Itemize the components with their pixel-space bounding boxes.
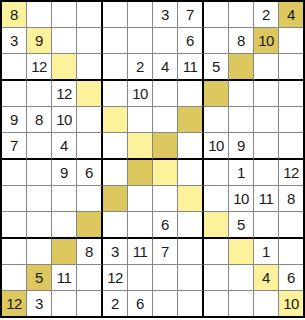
cell-r4c1[interactable] <box>2 81 27 107</box>
cell-r7c12[interactable]: 12 <box>279 160 303 186</box>
cell-r6c2[interactable] <box>27 133 52 160</box>
cell-r7c7[interactable] <box>153 160 178 186</box>
cell-r3c5[interactable] <box>103 54 128 81</box>
cell-r2c5[interactable] <box>103 28 128 54</box>
cell-r12c5[interactable]: 2 <box>103 291 128 316</box>
cell-r6c1[interactable]: 7 <box>2 133 27 160</box>
cell-r1c9[interactable] <box>204 2 229 28</box>
cell-r11c6[interactable] <box>128 265 153 291</box>
cell-r7c5[interactable] <box>103 160 128 186</box>
cell-r12c8[interactable] <box>178 291 204 316</box>
cell-r9c7[interactable]: 6 <box>153 212 178 239</box>
board-row-5: 9810 <box>2 107 303 133</box>
cell-r2c11[interactable]: 10 <box>254 28 279 54</box>
cell-r2c8[interactable]: 6 <box>178 28 204 54</box>
cell-r4c8[interactable] <box>178 81 204 107</box>
cell-r11c9[interactable] <box>204 265 229 291</box>
cell-r11c12[interactable]: 6 <box>279 265 303 291</box>
cell-r6c6[interactable] <box>128 133 153 160</box>
cell-r3c10[interactable] <box>229 54 254 81</box>
cell-r9c1[interactable] <box>2 212 27 239</box>
cell-r11c5[interactable]: 12 <box>103 265 128 291</box>
cell-r5c10[interactable] <box>229 107 254 133</box>
sudoku-board: 8372439681012241151210981074109961121011… <box>0 0 305 318</box>
cell-r11c1[interactable] <box>2 265 27 291</box>
cell-r2c1[interactable]: 3 <box>2 28 27 54</box>
cell-r1c5[interactable] <box>103 2 128 28</box>
cell-r4c5[interactable] <box>103 81 128 107</box>
board-row-6: 74109 <box>2 133 303 160</box>
cell-r9c5[interactable] <box>103 212 128 239</box>
cell-r10c6[interactable]: 11 <box>128 239 153 265</box>
cell-r12c11[interactable] <box>254 291 279 316</box>
cell-r4c9[interactable] <box>204 81 229 107</box>
cell-r1c1[interactable]: 8 <box>2 2 27 28</box>
cell-r3c8[interactable]: 11 <box>178 54 204 81</box>
cell-r10c10[interactable] <box>229 239 254 265</box>
cell-r5c12[interactable] <box>279 107 303 133</box>
cell-r5c5[interactable] <box>103 107 128 133</box>
cell-r5c8[interactable] <box>178 107 204 133</box>
board-row-11: 5111246 <box>2 265 303 291</box>
cell-r8c8[interactable] <box>178 186 204 212</box>
cell-r6c10[interactable]: 9 <box>229 133 254 160</box>
cell-r10c8[interactable] <box>178 239 204 265</box>
cell-r1c4[interactable] <box>77 2 103 28</box>
cell-r11c10[interactable] <box>229 265 254 291</box>
board-row-3: 1224115 <box>2 54 303 81</box>
cell-r3c2[interactable]: 12 <box>27 54 52 81</box>
cell-r2c9[interactable] <box>204 28 229 54</box>
board-row-10: 831171 <box>2 239 303 265</box>
cell-r8c1[interactable] <box>2 186 27 212</box>
cell-r11c4[interactable] <box>77 265 103 291</box>
cell-r10c1[interactable] <box>2 239 27 265</box>
board-row-8: 10118 <box>2 186 303 212</box>
cell-r9c12[interactable] <box>279 212 303 239</box>
board-row-12: 1232610 <box>2 291 303 316</box>
cell-r4c6[interactable]: 10 <box>128 81 153 107</box>
cell-r9c4[interactable] <box>77 212 103 239</box>
cell-r10c9[interactable] <box>204 239 229 265</box>
cell-r4c7[interactable] <box>153 81 178 107</box>
cell-r5c6[interactable] <box>128 107 153 133</box>
cell-r3c11[interactable] <box>254 54 279 81</box>
cell-r10c11[interactable]: 1 <box>254 239 279 265</box>
cell-r8c11[interactable]: 11 <box>254 186 279 212</box>
cell-r11c11[interactable]: 4 <box>254 265 279 291</box>
cell-r6c3[interactable]: 4 <box>52 133 77 160</box>
cell-r3c9[interactable]: 5 <box>204 54 229 81</box>
cell-r8c7[interactable] <box>153 186 178 212</box>
cell-r8c9[interactable] <box>204 186 229 212</box>
cell-r7c11[interactable] <box>254 160 279 186</box>
cell-r12c6[interactable]: 6 <box>128 291 153 316</box>
cell-r1c2[interactable] <box>27 2 52 28</box>
board-row-7: 96112 <box>2 160 303 186</box>
cell-r2c10[interactable]: 8 <box>229 28 254 54</box>
cell-r7c3[interactable]: 9 <box>52 160 77 186</box>
cell-r9c11[interactable] <box>254 212 279 239</box>
cell-r1c8[interactable]: 7 <box>178 2 204 28</box>
cell-r1c6[interactable] <box>128 2 153 28</box>
cell-r7c9[interactable] <box>204 160 229 186</box>
cell-r8c6[interactable] <box>128 186 153 212</box>
cell-r6c5[interactable] <box>103 133 128 160</box>
cell-r9c2[interactable] <box>27 212 52 239</box>
cell-r3c6[interactable]: 2 <box>128 54 153 81</box>
cell-r11c3[interactable]: 11 <box>52 265 77 291</box>
cell-r10c12[interactable] <box>279 239 303 265</box>
cell-r3c12[interactable] <box>279 54 303 81</box>
cell-r5c11[interactable] <box>254 107 279 133</box>
cell-r4c11[interactable] <box>254 81 279 107</box>
cell-r1c7[interactable]: 3 <box>153 2 178 28</box>
cell-r9c8[interactable] <box>178 212 204 239</box>
cell-r1c11[interactable]: 2 <box>254 2 279 28</box>
cell-r10c2[interactable] <box>27 239 52 265</box>
cell-r7c10[interactable]: 1 <box>229 160 254 186</box>
cell-r5c9[interactable] <box>204 107 229 133</box>
cell-r12c3[interactable] <box>52 291 77 316</box>
cell-r8c5[interactable] <box>103 186 128 212</box>
cell-r5c3[interactable]: 10 <box>52 107 77 133</box>
cell-r11c2[interactable]: 5 <box>27 265 52 291</box>
cell-r2c12[interactable] <box>279 28 303 54</box>
cell-r5c4[interactable] <box>77 107 103 133</box>
cell-r7c2[interactable] <box>27 160 52 186</box>
cell-r8c2[interactable] <box>27 186 52 212</box>
cell-r6c7[interactable] <box>153 133 178 160</box>
cell-r9c3[interactable] <box>52 212 77 239</box>
cell-r8c3[interactable] <box>52 186 77 212</box>
cell-r1c10[interactable] <box>229 2 254 28</box>
board-row-1: 83724 <box>2 2 303 28</box>
cell-r12c12[interactable]: 10 <box>279 291 303 316</box>
cell-r10c3[interactable] <box>52 239 77 265</box>
cell-r6c4[interactable] <box>77 133 103 160</box>
cell-r4c10[interactable] <box>229 81 254 107</box>
cell-r5c2[interactable]: 8 <box>27 107 52 133</box>
cell-r5c7[interactable] <box>153 107 178 133</box>
cell-r9c10[interactable]: 5 <box>229 212 254 239</box>
cell-r8c4[interactable] <box>77 186 103 212</box>
cell-r6c12[interactable] <box>279 133 303 160</box>
cell-r5c1[interactable]: 9 <box>2 107 27 133</box>
cell-r2c7[interactable] <box>153 28 178 54</box>
cell-r8c12[interactable]: 8 <box>279 186 303 212</box>
cell-r12c2[interactable]: 3 <box>27 291 52 316</box>
cell-r2c3[interactable] <box>52 28 77 54</box>
cell-r7c8[interactable] <box>178 160 204 186</box>
cell-r7c1[interactable] <box>2 160 27 186</box>
cell-r4c2[interactable] <box>27 81 52 107</box>
cell-r4c12[interactable] <box>279 81 303 107</box>
cell-r12c10[interactable] <box>229 291 254 316</box>
cell-r10c4[interactable]: 8 <box>77 239 103 265</box>
cell-r2c2[interactable]: 9 <box>27 28 52 54</box>
cell-r9c6[interactable] <box>128 212 153 239</box>
cell-r6c8[interactable] <box>178 133 204 160</box>
cell-r11c7[interactable] <box>153 265 178 291</box>
board-row-2: 396810 <box>2 28 303 54</box>
cell-r1c3[interactable] <box>52 2 77 28</box>
cell-r6c9[interactable]: 10 <box>204 133 229 160</box>
cell-r7c6[interactable] <box>128 160 153 186</box>
cell-r8c10[interactable]: 10 <box>229 186 254 212</box>
cell-r1c12[interactable]: 4 <box>279 2 303 28</box>
cell-r10c7[interactable]: 7 <box>153 239 178 265</box>
cell-r3c7[interactable]: 4 <box>153 54 178 81</box>
board-row-4: 1210 <box>2 81 303 107</box>
cell-r12c1[interactable]: 12 <box>2 291 27 316</box>
cell-r7c4[interactable]: 6 <box>77 160 103 186</box>
cell-r9c9[interactable] <box>204 212 229 239</box>
cell-r4c3[interactable]: 12 <box>52 81 77 107</box>
cell-r3c1[interactable] <box>2 54 27 81</box>
cell-r12c7[interactable] <box>153 291 178 316</box>
cell-r2c4[interactable] <box>77 28 103 54</box>
cell-r2c6[interactable] <box>128 28 153 54</box>
cell-r3c4[interactable] <box>77 54 103 81</box>
cell-r12c4[interactable] <box>77 291 103 316</box>
cell-r4c4[interactable] <box>77 81 103 107</box>
board-row-9: 65 <box>2 212 303 239</box>
cell-r11c8[interactable] <box>178 265 204 291</box>
cell-r3c3[interactable] <box>52 54 77 81</box>
cell-r12c9[interactable] <box>204 291 229 316</box>
cell-r10c5[interactable]: 3 <box>103 239 128 265</box>
cell-r6c11[interactable] <box>254 133 279 160</box>
